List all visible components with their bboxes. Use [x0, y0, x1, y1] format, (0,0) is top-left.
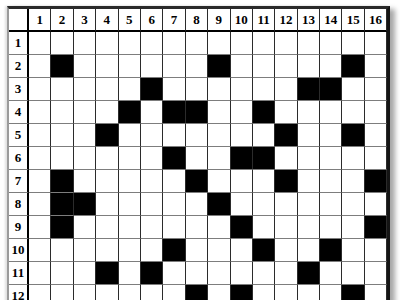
cell-r4c3[interactable] [74, 101, 96, 124]
column-header-16: 16 [365, 9, 387, 32]
cell-r7c1[interactable] [29, 170, 51, 193]
cell-r3c4[interactable] [96, 78, 118, 101]
cell-r5c15-black [342, 124, 364, 147]
cell-r5c11[interactable] [253, 124, 275, 147]
cell-r2c8[interactable] [186, 55, 208, 78]
cell-r6c9[interactable] [208, 147, 230, 170]
cell-r7c4[interactable] [96, 170, 118, 193]
cell-r11c8[interactable] [186, 262, 208, 285]
cell-r5c13[interactable] [298, 124, 320, 147]
cell-r9c12[interactable] [275, 216, 297, 239]
cell-r7c13[interactable] [298, 170, 320, 193]
cell-r3c9[interactable] [208, 78, 230, 101]
cell-r9c2-black [51, 216, 73, 239]
cell-r9c14[interactable] [320, 216, 342, 239]
cell-r10c16[interactable] [365, 239, 387, 262]
cell-r1c8[interactable] [186, 32, 208, 55]
cell-r2c1[interactable] [29, 55, 51, 78]
row-header-6: 6 [9, 147, 29, 170]
cell-r10c15[interactable] [342, 239, 364, 262]
cell-r8c6[interactable] [141, 193, 163, 216]
column-header-3: 3 [74, 9, 96, 32]
cell-r11c2[interactable] [51, 262, 73, 285]
cell-r9c16-black [365, 216, 387, 239]
cell-r8c1[interactable] [29, 193, 51, 216]
cell-r3c6-black [141, 78, 163, 101]
column-header-9: 9 [208, 9, 230, 32]
cell-r4c10[interactable] [231, 101, 253, 124]
column-header-12: 12 [275, 9, 297, 32]
row-header-5: 5 [9, 124, 29, 147]
cell-r8c10[interactable] [231, 193, 253, 216]
cell-r3c10[interactable] [231, 78, 253, 101]
cell-r3c12[interactable] [275, 78, 297, 101]
cell-r10c1[interactable] [29, 239, 51, 262]
cell-r3c11[interactable] [253, 78, 275, 101]
cell-r1c14[interactable] [320, 32, 342, 55]
cell-r12c13[interactable] [298, 285, 320, 300]
cell-r2c15-black [342, 55, 364, 78]
cell-r11c11[interactable] [253, 262, 275, 285]
cell-r9c8[interactable] [186, 216, 208, 239]
cell-r9c15[interactable] [342, 216, 364, 239]
cell-r1c12[interactable] [275, 32, 297, 55]
cell-r2c10[interactable] [231, 55, 253, 78]
cell-r6c8[interactable] [186, 147, 208, 170]
cell-r10c14-black [320, 239, 342, 262]
cell-r7c3[interactable] [74, 170, 96, 193]
cell-r11c6-black [141, 262, 163, 285]
cell-r8c2-black [51, 193, 73, 216]
cell-r9c10-black [231, 216, 253, 239]
cell-r1c13[interactable] [298, 32, 320, 55]
cell-r2c4[interactable] [96, 55, 118, 78]
cell-r9c13[interactable] [298, 216, 320, 239]
cell-r1c16[interactable] [365, 32, 387, 55]
cell-r6c2[interactable] [51, 147, 73, 170]
crossword-board: 12345678910111213141516123456789101112 [7, 6, 390, 300]
cell-r10c2[interactable] [51, 239, 73, 262]
cell-r10c8[interactable] [186, 239, 208, 262]
cell-r6c3[interactable] [74, 147, 96, 170]
cell-r6c15[interactable] [342, 147, 364, 170]
row-header-10: 10 [9, 239, 29, 262]
cell-r6c4[interactable] [96, 147, 118, 170]
row-header-9: 9 [9, 216, 29, 239]
cell-r12c14[interactable] [320, 285, 342, 300]
cell-r4c15[interactable] [342, 101, 364, 124]
column-header-8: 8 [186, 9, 208, 32]
cell-r2c2-black [51, 55, 73, 78]
cell-r8c13[interactable] [298, 193, 320, 216]
column-header-14: 14 [320, 9, 342, 32]
cell-r2c14[interactable] [320, 55, 342, 78]
cell-r8c9-black [208, 193, 230, 216]
cell-r9c11[interactable] [253, 216, 275, 239]
cell-r8c15[interactable] [342, 193, 364, 216]
column-header-6: 6 [141, 9, 163, 32]
cell-r6c10-black [231, 147, 253, 170]
cell-r4c16[interactable] [365, 101, 387, 124]
cell-r7c15[interactable] [342, 170, 364, 193]
cell-r6c1[interactable] [29, 147, 51, 170]
cell-r9c5[interactable] [119, 216, 141, 239]
cell-r3c3[interactable] [74, 78, 96, 101]
cell-r3c16[interactable] [365, 78, 387, 101]
cell-r5c16[interactable] [365, 124, 387, 147]
cell-r11c13-black [298, 262, 320, 285]
cell-r6c12[interactable] [275, 147, 297, 170]
cell-r2c5[interactable] [119, 55, 141, 78]
cell-r8c8[interactable] [186, 193, 208, 216]
crossword-grid: 12345678910111213141516123456789101112 [9, 9, 387, 300]
cell-r2c16[interactable] [365, 55, 387, 78]
cell-r5c2[interactable] [51, 124, 73, 147]
cell-r12c16[interactable] [365, 285, 387, 300]
cell-r7c11[interactable] [253, 170, 275, 193]
cell-r5c10[interactable] [231, 124, 253, 147]
cell-r8c7[interactable] [163, 193, 185, 216]
cell-r1c10[interactable] [231, 32, 253, 55]
cell-r11c16[interactable] [365, 262, 387, 285]
cell-r4c14[interactable] [320, 101, 342, 124]
cell-r9c9[interactable] [208, 216, 230, 239]
cell-r11c5[interactable] [119, 262, 141, 285]
cell-r3c7[interactable] [163, 78, 185, 101]
row-header-3: 3 [9, 78, 29, 101]
cell-r6c14[interactable] [320, 147, 342, 170]
cell-r3c8[interactable] [186, 78, 208, 101]
cell-r4c6[interactable] [141, 101, 163, 124]
column-header-15: 15 [342, 9, 364, 32]
cell-r12c10-black [231, 285, 253, 300]
cell-r9c4[interactable] [96, 216, 118, 239]
cell-r9c1[interactable] [29, 216, 51, 239]
cell-r3c1[interactable] [29, 78, 51, 101]
cell-r7c8-black [186, 170, 208, 193]
cell-r11c7[interactable] [163, 262, 185, 285]
cell-r3c5[interactable] [119, 78, 141, 101]
corner-cell [9, 9, 29, 32]
cell-r8c4[interactable] [96, 193, 118, 216]
cell-r12c15-black [342, 285, 364, 300]
cell-r4c5-black [119, 101, 141, 124]
cell-r10c3[interactable] [74, 239, 96, 262]
row-header-12: 12 [9, 285, 29, 300]
cell-r10c11-black [253, 239, 275, 262]
cell-r4c1[interactable] [29, 101, 51, 124]
cell-r1c2[interactable] [51, 32, 73, 55]
cell-r5c7[interactable] [163, 124, 185, 147]
row-header-8: 8 [9, 193, 29, 216]
cell-r10c9[interactable] [208, 239, 230, 262]
row-header-7: 7 [9, 170, 29, 193]
cell-r6c11-black [253, 147, 275, 170]
row-header-4: 4 [9, 101, 29, 124]
cell-r5c14[interactable] [320, 124, 342, 147]
cell-r3c14-black [320, 78, 342, 101]
cell-r8c5[interactable] [119, 193, 141, 216]
cell-r6c7-black [163, 147, 185, 170]
cell-r5c8[interactable] [186, 124, 208, 147]
cell-r2c7[interactable] [163, 55, 185, 78]
cell-r7c10[interactable] [231, 170, 253, 193]
row-header-1: 1 [9, 32, 29, 55]
cell-r12c8-black [186, 285, 208, 300]
cell-r1c3[interactable] [74, 32, 96, 55]
cell-r1c5[interactable] [119, 32, 141, 55]
cell-r12c2[interactable] [51, 285, 73, 300]
cell-r12c3[interactable] [74, 285, 96, 300]
column-header-13: 13 [298, 9, 320, 32]
cell-r11c10[interactable] [231, 262, 253, 285]
cell-r3c13-black [298, 78, 320, 101]
cell-r10c10[interactable] [231, 239, 253, 262]
cell-r11c14[interactable] [320, 262, 342, 285]
cell-r10c12[interactable] [275, 239, 297, 262]
cell-r4c13[interactable] [298, 101, 320, 124]
cell-r7c2-black [51, 170, 73, 193]
cell-r4c9[interactable] [208, 101, 230, 124]
cell-r10c13[interactable] [298, 239, 320, 262]
cell-r10c5[interactable] [119, 239, 141, 262]
cell-r10c7-black [163, 239, 185, 262]
cell-r8c11[interactable] [253, 193, 275, 216]
cell-r2c9-black [208, 55, 230, 78]
cell-r2c3[interactable] [74, 55, 96, 78]
column-header-7: 7 [163, 9, 185, 32]
cell-r5c4-black [96, 124, 118, 147]
cell-r2c13[interactable] [298, 55, 320, 78]
cell-r11c4-black [96, 262, 118, 285]
cell-r1c15[interactable] [342, 32, 364, 55]
cell-r8c16[interactable] [365, 193, 387, 216]
cell-r11c3[interactable] [74, 262, 96, 285]
cell-r4c11-black [253, 101, 275, 124]
cell-r9c6[interactable] [141, 216, 163, 239]
cell-r11c9[interactable] [208, 262, 230, 285]
cell-r7c7[interactable] [163, 170, 185, 193]
cell-r2c6[interactable] [141, 55, 163, 78]
cell-r8c12[interactable] [275, 193, 297, 216]
cell-r7c9[interactable] [208, 170, 230, 193]
cell-r1c6[interactable] [141, 32, 163, 55]
cell-r5c9[interactable] [208, 124, 230, 147]
cell-r6c5[interactable] [119, 147, 141, 170]
cell-r8c3-black [74, 193, 96, 216]
cell-r5c12-black [275, 124, 297, 147]
cell-r8c14[interactable] [320, 193, 342, 216]
cell-r1c7[interactable] [163, 32, 185, 55]
cell-r6c13[interactable] [298, 147, 320, 170]
cell-r1c1[interactable] [29, 32, 51, 55]
cell-r11c15[interactable] [342, 262, 364, 285]
column-header-11: 11 [253, 9, 275, 32]
cell-r7c16-black [365, 170, 387, 193]
cell-r12c4[interactable] [96, 285, 118, 300]
cell-r12c7[interactable] [163, 285, 185, 300]
cell-r10c4[interactable] [96, 239, 118, 262]
cell-r9c3[interactable] [74, 216, 96, 239]
cell-r5c3[interactable] [74, 124, 96, 147]
cell-r11c1[interactable] [29, 262, 51, 285]
cell-r12c6[interactable] [141, 285, 163, 300]
cell-r4c2[interactable] [51, 101, 73, 124]
cell-r4c12[interactable] [275, 101, 297, 124]
cell-r6c16[interactable] [365, 147, 387, 170]
cell-r1c4[interactable] [96, 32, 118, 55]
cell-r2c11[interactable] [253, 55, 275, 78]
cell-r9c7[interactable] [163, 216, 185, 239]
cell-r12c5[interactable] [119, 285, 141, 300]
cell-r1c11[interactable] [253, 32, 275, 55]
cell-r4c7-black [163, 101, 185, 124]
cell-r5c5[interactable] [119, 124, 141, 147]
cell-r1c9[interactable] [208, 32, 230, 55]
cell-r7c14[interactable] [320, 170, 342, 193]
cell-r3c2[interactable] [51, 78, 73, 101]
column-header-10: 10 [231, 9, 253, 32]
cell-r5c6[interactable] [141, 124, 163, 147]
column-header-1: 1 [29, 9, 51, 32]
column-header-2: 2 [51, 9, 73, 32]
cell-r7c6[interactable] [141, 170, 163, 193]
cell-r12c11[interactable] [253, 285, 275, 300]
cell-r5c1[interactable] [29, 124, 51, 147]
cell-r7c5[interactable] [119, 170, 141, 193]
cell-r4c8-black [186, 101, 208, 124]
cell-r4c4[interactable] [96, 101, 118, 124]
cell-r6c6[interactable] [141, 147, 163, 170]
column-header-4: 4 [96, 9, 118, 32]
cell-r12c9[interactable] [208, 285, 230, 300]
cell-r12c12[interactable] [275, 285, 297, 300]
cell-r2c12[interactable] [275, 55, 297, 78]
row-header-2: 2 [9, 55, 29, 78]
cell-r10c6[interactable] [141, 239, 163, 262]
cell-r3c15[interactable] [342, 78, 364, 101]
cell-r12c1[interactable] [29, 285, 51, 300]
row-header-11: 11 [9, 262, 29, 285]
cell-r7c12-black [275, 170, 297, 193]
cell-r11c12[interactable] [275, 262, 297, 285]
column-header-5: 5 [119, 9, 141, 32]
